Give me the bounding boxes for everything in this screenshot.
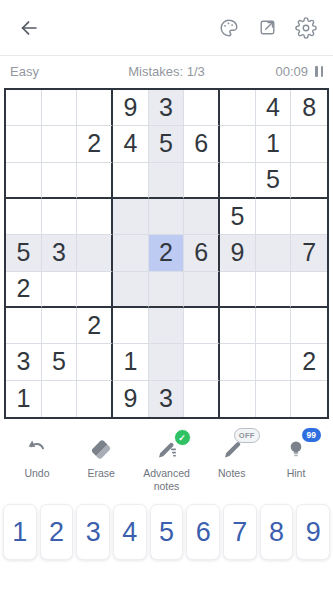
cell-r5c1[interactable]: 5	[6, 235, 42, 271]
toolbar: Undo Erase ✓ Advanced notes OFF Notes	[0, 437, 333, 493]
pencil-icon: OFF	[220, 437, 244, 461]
erase-button[interactable]: Erase	[72, 437, 130, 480]
cell-r7c4[interactable]	[113, 308, 149, 344]
cell-r5c9[interactable]: 7	[291, 235, 327, 271]
cell-r1c8[interactable]: 4	[256, 90, 292, 126]
cell-r1c9[interactable]: 8	[291, 90, 327, 126]
numpad: 123456789	[3, 504, 330, 560]
back-button[interactable]	[18, 17, 40, 39]
cell-r8c3[interactable]	[77, 344, 113, 380]
cell-r2c5[interactable]: 5	[149, 126, 185, 162]
mistakes-counter: Mistakes: 1/3	[102, 64, 231, 79]
cell-r5c8[interactable]	[256, 235, 292, 271]
cell-r8c6[interactable]	[184, 344, 220, 380]
cell-r3c5[interactable]	[149, 163, 185, 199]
cell-r9c3[interactable]	[77, 381, 113, 417]
advanced-notes-button[interactable]: ✓ Advanced notes	[137, 437, 197, 493]
cell-r5c5[interactable]: 2	[149, 235, 185, 271]
timer: 00:09	[275, 64, 308, 79]
cell-r8c4[interactable]: 1	[113, 344, 149, 380]
advanced-notes-label: Advanced notes	[137, 467, 197, 493]
status-bar: Easy Mistakes: 1/3 00:09	[0, 56, 333, 87]
cell-r4c1[interactable]	[6, 199, 42, 235]
cell-r8c9[interactable]: 2	[291, 344, 327, 380]
cell-r9c4[interactable]: 9	[113, 381, 149, 417]
cell-r6c1[interactable]: 2	[6, 272, 42, 308]
cell-r7c3[interactable]: 2	[77, 308, 113, 344]
pencil-lines-icon: ✓	[155, 437, 179, 461]
settings-icon	[295, 17, 317, 39]
cell-r4c9[interactable]	[291, 199, 327, 235]
share-button[interactable]	[257, 17, 278, 38]
lightbulb-icon: 99	[284, 437, 308, 461]
cell-r3c4[interactable]	[113, 163, 149, 199]
undo-icon	[25, 437, 49, 461]
cell-r3c9[interactable]	[291, 163, 327, 199]
cell-r7c9[interactable]	[291, 308, 327, 344]
notes-button[interactable]: OFF Notes	[203, 437, 261, 480]
cell-r4c8[interactable]	[256, 199, 292, 235]
palette-icon	[218, 17, 240, 39]
cell-r1c4[interactable]: 9	[113, 90, 149, 126]
numkey-7[interactable]: 7	[223, 504, 257, 560]
cell-r6c6[interactable]	[184, 272, 220, 308]
cell-r4c5[interactable]	[149, 199, 185, 235]
notes-label: Notes	[218, 467, 245, 480]
cell-r9c5[interactable]: 3	[149, 381, 185, 417]
numkey-3[interactable]: 3	[76, 504, 110, 560]
notes-off-badge: OFF	[234, 428, 260, 443]
cell-r9c7[interactable]	[220, 381, 256, 417]
cell-r4c6[interactable]	[184, 199, 220, 235]
cell-r3c8[interactable]: 5	[256, 163, 292, 199]
numkey-6[interactable]: 6	[186, 504, 220, 560]
pause-icon	[315, 66, 323, 77]
numkey-1[interactable]: 1	[3, 504, 37, 560]
cell-r6c9[interactable]	[291, 272, 327, 308]
cell-r3c1[interactable]	[6, 163, 42, 199]
numkey-4[interactable]: 4	[113, 504, 147, 560]
pause-button[interactable]	[315, 66, 323, 77]
cell-r9c2[interactable]	[42, 381, 78, 417]
cell-r6c2[interactable]	[42, 272, 78, 308]
cell-r7c5[interactable]	[149, 308, 185, 344]
sudoku-board: 93482456155532697223512193	[4, 88, 329, 419]
cell-r2c6[interactable]: 6	[184, 126, 220, 162]
hint-button[interactable]: 99 Hint	[267, 437, 325, 480]
back-icon	[18, 17, 40, 39]
cell-r6c5[interactable]	[149, 272, 185, 308]
hint-label: Hint	[287, 467, 306, 480]
cell-r8c7[interactable]	[220, 344, 256, 380]
share-icon	[257, 17, 278, 38]
cell-r4c2[interactable]	[42, 199, 78, 235]
cell-r2c7[interactable]	[220, 126, 256, 162]
cell-r9c9[interactable]	[291, 381, 327, 417]
cell-r9c1[interactable]: 1	[6, 381, 42, 417]
eraser-icon	[89, 437, 113, 461]
cell-r3c2[interactable]	[42, 163, 78, 199]
cell-r3c6[interactable]	[184, 163, 220, 199]
difficulty-label: Easy	[10, 64, 102, 79]
cell-r2c1[interactable]	[6, 126, 42, 162]
cell-r5c3[interactable]	[77, 235, 113, 271]
cell-r9c8[interactable]	[256, 381, 292, 417]
cell-r2c9[interactable]	[291, 126, 327, 162]
settings-button[interactable]	[295, 17, 317, 39]
cell-r1c6[interactable]	[184, 90, 220, 126]
hint-count-badge: 99	[302, 428, 321, 442]
cell-r4c4[interactable]	[113, 199, 149, 235]
cell-r7c6[interactable]	[184, 308, 220, 344]
undo-label: Undo	[24, 467, 49, 480]
cell-r9c6[interactable]	[184, 381, 220, 417]
cell-r6c8[interactable]	[256, 272, 292, 308]
cell-r4c3[interactable]	[77, 199, 113, 235]
theme-button[interactable]	[218, 17, 240, 39]
app-bar	[0, 0, 333, 56]
cell-r2c3[interactable]: 2	[77, 126, 113, 162]
cell-r6c7[interactable]	[220, 272, 256, 308]
cell-r1c3[interactable]	[77, 90, 113, 126]
cell-r8c8[interactable]	[256, 344, 292, 380]
erase-label: Erase	[88, 467, 115, 480]
cell-r7c1[interactable]	[6, 308, 42, 344]
cell-r1c1[interactable]	[6, 90, 42, 126]
advanced-notes-on-badge: ✓	[174, 429, 191, 446]
numkey-2[interactable]: 2	[40, 504, 74, 560]
cell-r1c7[interactable]	[220, 90, 256, 126]
cell-r6c4[interactable]	[113, 272, 149, 308]
numkey-5[interactable]: 5	[150, 504, 184, 560]
cell-r7c2[interactable]	[42, 308, 78, 344]
cell-r6c3[interactable]	[77, 272, 113, 308]
cell-r8c5[interactable]	[149, 344, 185, 380]
cell-r1c2[interactable]	[42, 90, 78, 126]
cell-r2c4[interactable]: 4	[113, 126, 149, 162]
cell-r2c2[interactable]	[42, 126, 78, 162]
cell-r8c1[interactable]: 3	[6, 344, 42, 380]
cell-r5c4[interactable]	[113, 235, 149, 271]
cell-r3c7[interactable]	[220, 163, 256, 199]
cell-r5c7[interactable]: 9	[220, 235, 256, 271]
cell-r4c7[interactable]: 5	[220, 199, 256, 235]
cell-r7c8[interactable]	[256, 308, 292, 344]
undo-button[interactable]: Undo	[8, 437, 66, 480]
cell-r5c6[interactable]: 6	[184, 235, 220, 271]
cell-r5c2[interactable]: 3	[42, 235, 78, 271]
cell-r2c8[interactable]: 1	[256, 126, 292, 162]
cell-r3c3[interactable]	[77, 163, 113, 199]
numkey-9[interactable]: 9	[296, 504, 330, 560]
cell-r1c5[interactable]: 3	[149, 90, 185, 126]
cell-r7c7[interactable]	[220, 308, 256, 344]
numkey-8[interactable]: 8	[260, 504, 294, 560]
cell-r8c2[interactable]: 5	[42, 344, 78, 380]
